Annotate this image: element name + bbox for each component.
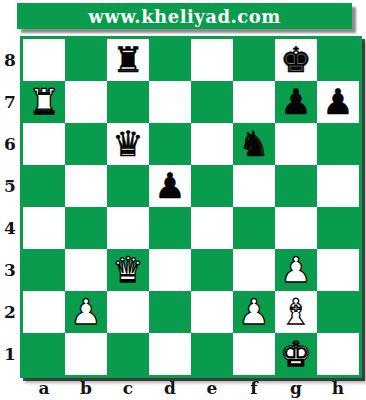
square-d7[interactable] xyxy=(149,81,191,123)
square-c3[interactable]: ♛ xyxy=(107,249,149,291)
square-g1[interactable]: ♚ xyxy=(275,333,317,375)
square-g7[interactable]: ♟ xyxy=(275,81,317,123)
rank-labels: 87654321 xyxy=(0,39,20,375)
square-g4[interactable] xyxy=(275,207,317,249)
file-label-c: c xyxy=(107,377,149,399)
square-c7[interactable] xyxy=(107,81,149,123)
square-b4[interactable] xyxy=(65,207,107,249)
square-d3[interactable] xyxy=(149,249,191,291)
square-h8[interactable] xyxy=(317,39,359,81)
rank-label-1: 1 xyxy=(0,333,20,375)
square-g5[interactable] xyxy=(275,165,317,207)
square-f7[interactable] xyxy=(233,81,275,123)
piece-white-pawn-g3[interactable]: ♟ xyxy=(275,249,317,291)
file-label-a: a xyxy=(23,377,65,399)
rank-label-3: 3 xyxy=(0,249,20,291)
square-g3[interactable]: ♟ xyxy=(275,249,317,291)
square-a7[interactable]: ♜ xyxy=(23,81,65,123)
square-d2[interactable] xyxy=(149,291,191,333)
file-label-f: f xyxy=(233,377,275,399)
file-label-h: h xyxy=(317,377,359,399)
square-c4[interactable] xyxy=(107,207,149,249)
square-e1[interactable] xyxy=(191,333,233,375)
square-e5[interactable] xyxy=(191,165,233,207)
square-c8[interactable]: ♜ xyxy=(107,39,149,81)
square-b8[interactable] xyxy=(65,39,107,81)
square-c6[interactable]: ♛ xyxy=(107,123,149,165)
site-url-text: www.kheliyad.com xyxy=(88,6,281,27)
square-d5[interactable]: ♟ xyxy=(149,165,191,207)
square-f3[interactable] xyxy=(233,249,275,291)
piece-black-knight-f6[interactable]: ♞ xyxy=(233,123,275,165)
square-a8[interactable] xyxy=(23,39,65,81)
file-label-b: b xyxy=(65,377,107,399)
square-f8[interactable] xyxy=(233,39,275,81)
chess-board: ♜♚♜♟♟♛♞♟♛♟♟♟♝♚ xyxy=(20,36,362,378)
square-e2[interactable] xyxy=(191,291,233,333)
file-label-d: d xyxy=(149,377,191,399)
square-b1[interactable] xyxy=(65,333,107,375)
square-h4[interactable] xyxy=(317,207,359,249)
square-c5[interactable] xyxy=(107,165,149,207)
square-g6[interactable] xyxy=(275,123,317,165)
square-f6[interactable]: ♞ xyxy=(233,123,275,165)
piece-black-pawn-g7[interactable]: ♟ xyxy=(275,81,317,123)
file-label-e: e xyxy=(191,377,233,399)
square-e4[interactable] xyxy=(191,207,233,249)
square-a2[interactable] xyxy=(23,291,65,333)
square-b5[interactable] xyxy=(65,165,107,207)
square-b3[interactable] xyxy=(65,249,107,291)
rank-label-6: 6 xyxy=(0,123,20,165)
square-e8[interactable] xyxy=(191,39,233,81)
square-c1[interactable] xyxy=(107,333,149,375)
piece-white-rook-a7[interactable]: ♜ xyxy=(23,81,65,123)
square-b2[interactable]: ♟ xyxy=(65,291,107,333)
square-d8[interactable] xyxy=(149,39,191,81)
piece-white-pawn-f2[interactable]: ♟ xyxy=(233,291,275,333)
square-h2[interactable] xyxy=(317,291,359,333)
square-f4[interactable] xyxy=(233,207,275,249)
square-a4[interactable] xyxy=(23,207,65,249)
rank-label-5: 5 xyxy=(0,165,20,207)
rank-label-7: 7 xyxy=(0,81,20,123)
square-f2[interactable]: ♟ xyxy=(233,291,275,333)
piece-black-queen-c6[interactable]: ♛ xyxy=(107,123,149,165)
square-e3[interactable] xyxy=(191,249,233,291)
square-a5[interactable] xyxy=(23,165,65,207)
square-a6[interactable] xyxy=(23,123,65,165)
square-d4[interactable] xyxy=(149,207,191,249)
square-f5[interactable] xyxy=(233,165,275,207)
square-b6[interactable] xyxy=(65,123,107,165)
file-label-g: g xyxy=(275,377,317,399)
piece-black-pawn-d5[interactable]: ♟ xyxy=(149,165,191,207)
rank-label-4: 4 xyxy=(0,207,20,249)
square-h7[interactable]: ♟ xyxy=(317,81,359,123)
square-e6[interactable] xyxy=(191,123,233,165)
square-c2[interactable] xyxy=(107,291,149,333)
square-g2[interactable]: ♝ xyxy=(275,291,317,333)
square-d1[interactable] xyxy=(149,333,191,375)
square-b7[interactable] xyxy=(65,81,107,123)
square-e7[interactable] xyxy=(191,81,233,123)
square-d6[interactable] xyxy=(149,123,191,165)
square-h3[interactable] xyxy=(317,249,359,291)
piece-white-bishop-g2[interactable]: ♝ xyxy=(275,291,317,333)
piece-white-queen-c3[interactable]: ♛ xyxy=(107,249,149,291)
square-g8[interactable]: ♚ xyxy=(275,39,317,81)
square-h1[interactable] xyxy=(317,333,359,375)
square-h5[interactable] xyxy=(317,165,359,207)
square-f1[interactable] xyxy=(233,333,275,375)
square-a3[interactable] xyxy=(23,249,65,291)
piece-white-king-g1[interactable]: ♚ xyxy=(275,333,317,375)
piece-black-king-g8[interactable]: ♚ xyxy=(275,39,317,81)
page: www.kheliyad.com 87654321 ♜♚♜♟♟♛♞♟♛♟♟♟♝♚… xyxy=(0,0,366,400)
file-labels: abcdefgh xyxy=(23,377,359,399)
site-banner: www.kheliyad.com xyxy=(17,3,352,29)
piece-white-pawn-b2[interactable]: ♟ xyxy=(65,291,107,333)
piece-black-rook-c8[interactable]: ♜ xyxy=(107,39,149,81)
rank-label-2: 2 xyxy=(0,291,20,333)
piece-black-pawn-h7[interactable]: ♟ xyxy=(317,81,359,123)
square-a1[interactable] xyxy=(23,333,65,375)
rank-label-8: 8 xyxy=(0,39,20,81)
square-h6[interactable] xyxy=(317,123,359,165)
